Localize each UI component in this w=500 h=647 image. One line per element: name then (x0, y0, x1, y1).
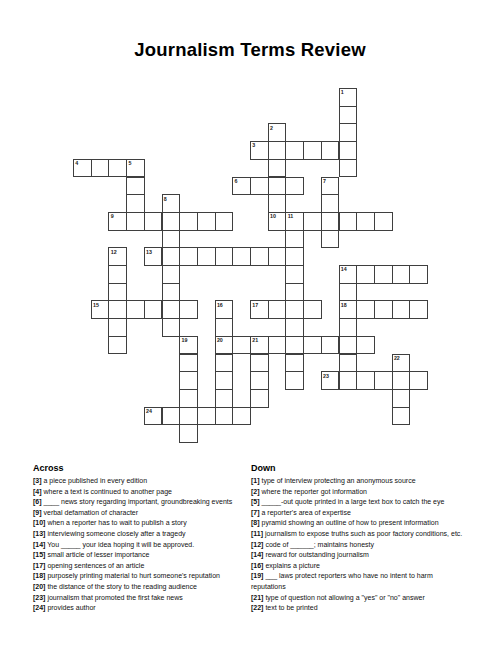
grid-cell[interactable] (285, 336, 304, 355)
grid-cell[interactable]: 22 (392, 354, 411, 373)
grid-cell[interactable]: 9 (108, 212, 127, 231)
grid-cell[interactable] (197, 212, 216, 231)
grid-cell[interactable] (356, 371, 375, 390)
grid-cell[interactable] (197, 247, 216, 266)
clue-num: [20] (33, 583, 45, 590)
clue: [18] purposely printing material to hurt… (33, 571, 248, 582)
clue-number: 19 (181, 337, 187, 343)
clue-number: 16 (217, 302, 223, 308)
grid-cell[interactable]: 3 (250, 141, 269, 160)
grid-cell[interactable] (374, 371, 393, 390)
clue-num: [17] (33, 562, 45, 569)
clue-num: [16] (251, 562, 263, 569)
clue-num: [13] (33, 530, 45, 537)
grid-cell[interactable] (374, 212, 393, 231)
clue-num: [8] (251, 519, 260, 526)
clue-number: 21 (252, 337, 258, 343)
grid-cell[interactable] (215, 318, 234, 337)
clue-number: 5 (128, 160, 131, 166)
grid-cell[interactable] (215, 247, 234, 266)
grid-cell[interactable] (285, 354, 304, 373)
grid-cell[interactable] (215, 212, 234, 231)
clue: [17] opening sentences of an article (33, 561, 248, 572)
grid-cell[interactable]: 24 (144, 407, 163, 426)
grid-cell[interactable] (215, 354, 234, 373)
grid-cell[interactable] (285, 371, 304, 390)
grid-cell[interactable] (144, 300, 163, 319)
clue-num: [3] (33, 477, 42, 484)
clue-number: 11 (288, 213, 294, 219)
grid-cell[interactable] (108, 159, 127, 178)
grid-cell[interactable]: 1 (339, 88, 358, 107)
grid-cell[interactable] (268, 141, 287, 160)
grid-cell[interactable]: 7 (321, 177, 340, 196)
grid-cell[interactable]: 6 (232, 177, 251, 196)
clue-num: [23] (33, 594, 45, 601)
down-clues-section: Down [1] type of interview protecting an… (251, 463, 467, 614)
grid-cell[interactable] (126, 300, 145, 319)
grid-cell[interactable] (268, 159, 287, 178)
grid-cell[interactable] (285, 300, 304, 319)
grid-cell[interactable] (285, 141, 304, 160)
grid-cell[interactable]: 11 (285, 212, 304, 231)
grid-cell[interactable] (356, 300, 375, 319)
clue-num: [7] (251, 509, 260, 516)
grid-cell[interactable] (268, 247, 287, 266)
grid-cell[interactable]: 10 (268, 212, 287, 231)
grid-cell[interactable] (250, 371, 269, 390)
grid-cell[interactable] (179, 407, 198, 426)
grid-cell[interactable] (162, 212, 181, 231)
grid-cell[interactable] (179, 212, 198, 231)
grid-cell[interactable] (162, 283, 181, 302)
grid-cell[interactable] (392, 407, 411, 426)
grid-cell[interactable] (126, 212, 145, 231)
grid-cell[interactable] (162, 247, 181, 266)
grid-cell[interactable]: 14 (339, 265, 358, 284)
grid-cell[interactable] (250, 389, 269, 408)
clue-num: [2] (251, 488, 260, 495)
grid-cell[interactable]: 16 (215, 300, 234, 319)
grid-cell[interactable]: 4 (73, 159, 92, 178)
across-clues-section: Across [3] a piece published in every ed… (33, 463, 248, 614)
grid-cell[interactable] (285, 177, 304, 196)
clue-number: 12 (111, 249, 117, 255)
grid-cell[interactable] (179, 300, 198, 319)
clue-number: 24 (146, 408, 152, 414)
grid-cell[interactable] (250, 354, 269, 373)
clue-num: [22] (251, 604, 263, 611)
across-clue-list: [3] a piece published in every edition[4… (33, 476, 248, 614)
crossword-grid: 123456789101112131415161718192021222324 (73, 88, 429, 444)
grid-cell[interactable] (303, 336, 322, 355)
grid-cell[interactable] (303, 141, 322, 160)
page-title: Journalism Terms Review (0, 39, 500, 61)
grid-cell[interactable] (179, 371, 198, 390)
grid-cell[interactable] (250, 247, 269, 266)
clue-number: 2 (270, 125, 273, 131)
clue: [12] code of ______; maintains honesty (251, 540, 467, 551)
clue: [7] a reporter's area of expertise (251, 508, 467, 519)
grid-cell[interactable] (162, 265, 181, 284)
clue-num: [6] (33, 498, 42, 505)
grid-cell[interactable] (356, 336, 375, 355)
clue: [11] journalism to expose truths such as… (251, 529, 467, 540)
grid-cell[interactable] (303, 212, 322, 231)
clue-number: 22 (394, 355, 400, 361)
grid-cell[interactable] (409, 371, 428, 390)
grid-cell[interactable]: 23 (321, 371, 340, 390)
clue: [23] journalism that promoted the first … (33, 593, 248, 604)
grid-cell[interactable]: 8 (162, 194, 181, 213)
clue-number: 14 (341, 266, 347, 272)
clue-num: [1] (251, 477, 260, 484)
grid-cell[interactable] (215, 389, 234, 408)
grid-cell[interactable]: 18 (339, 300, 358, 319)
clue: [21] type of question not allowing a "ye… (251, 593, 467, 604)
grid-cell[interactable]: 15 (91, 300, 110, 319)
grid-cell[interactable] (108, 336, 127, 355)
clue-number: 20 (217, 337, 223, 343)
grid-cell[interactable] (392, 371, 411, 390)
grid-cell[interactable] (339, 159, 358, 178)
grid-cell[interactable] (268, 300, 287, 319)
grid-cell[interactable] (232, 407, 251, 426)
grid-cell[interactable] (285, 283, 304, 302)
grid-cell[interactable] (303, 300, 322, 319)
grid-cell[interactable]: 19 (179, 336, 198, 355)
clue-num: [21] (251, 594, 263, 601)
grid-cell[interactable] (268, 177, 287, 196)
grid-cell[interactable] (268, 194, 287, 213)
clue: [19] ___ laws protect reporters who have… (251, 571, 467, 592)
clue-num: [11] (251, 530, 263, 537)
grid-cell[interactable] (339, 123, 358, 142)
clue-num: [14] (251, 551, 263, 558)
clue-num: [5] (251, 498, 260, 505)
clue-number: 9 (111, 213, 114, 219)
clue-num: [18] (33, 572, 45, 579)
clue-number: 4 (75, 160, 78, 166)
grid-cell[interactable] (321, 194, 340, 213)
grid-cell[interactable]: 12 (108, 247, 127, 266)
clue: [2] where the reporter got information (251, 487, 467, 498)
grid-cell[interactable] (215, 371, 234, 390)
grid-cell[interactable] (321, 336, 340, 355)
clue-number: 1 (341, 89, 344, 95)
grid-cell[interactable] (321, 230, 340, 249)
clue-num: [19] (251, 572, 263, 579)
clue: [3] a piece published in every edition (33, 476, 248, 487)
grid-cell[interactable] (339, 141, 358, 160)
grid-cell[interactable] (339, 212, 358, 231)
grid-cell[interactable] (339, 106, 358, 125)
down-header: Down (251, 463, 467, 473)
grid-cell[interactable] (285, 265, 304, 284)
clue-num: [10] (33, 519, 45, 526)
clue: [9] verbal defamation of character (33, 508, 248, 519)
grid-cell[interactable] (409, 300, 428, 319)
grid-cell[interactable] (162, 300, 181, 319)
grid-cell[interactable] (179, 354, 198, 373)
grid-cell[interactable]: 2 (268, 123, 287, 142)
grid-cell[interactable] (321, 141, 340, 160)
grid-cell[interactable]: 20 (215, 336, 234, 355)
clue: [16] explains a picture (251, 561, 467, 572)
grid-cell[interactable] (108, 318, 127, 337)
clue-num: [9] (33, 509, 42, 516)
grid-cell[interactable] (409, 265, 428, 284)
grid-cell[interactable] (339, 283, 358, 302)
grid-cell[interactable] (179, 424, 198, 443)
grid-cell[interactable] (162, 230, 181, 249)
grid-cell[interactable] (339, 354, 358, 373)
grid-cell[interactable] (232, 336, 251, 355)
grid-cell[interactable] (285, 230, 304, 249)
grid-cell[interactable] (321, 212, 340, 231)
clue-num: [24] (33, 604, 45, 611)
grid-cell[interactable] (392, 389, 411, 408)
clue: [8] pyramid showing an outline of how to… (251, 518, 467, 529)
grid-cell[interactable] (108, 265, 127, 284)
clue-number: 8 (164, 196, 167, 202)
grid-cell[interactable] (285, 318, 304, 337)
clue-num: [15] (33, 551, 45, 558)
grid-cell[interactable] (197, 407, 216, 426)
clue: [5] _____-out quote printed in a large t… (251, 497, 467, 508)
grid-cell[interactable] (232, 247, 251, 266)
grid-cell[interactable] (285, 247, 304, 266)
grid-cell[interactable] (144, 212, 163, 231)
clue-num: [14] (33, 541, 45, 548)
grid-cell[interactable]: 21 (250, 336, 269, 355)
clue: [13] interviewing someone closely after … (33, 529, 248, 540)
clue: [6] ____ news story regarding important,… (33, 497, 248, 508)
clue-num: [12] (251, 541, 263, 548)
grid-cell[interactable] (339, 336, 358, 355)
clue: [15] small article of lesser importance (33, 550, 248, 561)
grid-cell[interactable] (162, 318, 181, 337)
clue: [14] reward for outstanding journalism (251, 550, 467, 561)
grid-cell[interactable] (356, 212, 375, 231)
grid-cell[interactable] (374, 300, 393, 319)
grid-cell[interactable] (339, 371, 358, 390)
clue: [4] where a text is continued to another… (33, 487, 248, 498)
grid-cell[interactable] (126, 177, 145, 196)
grid-cell[interactable] (392, 300, 411, 319)
grid-cell[interactable] (91, 159, 110, 178)
across-header: Across (33, 463, 248, 473)
grid-cell[interactable] (179, 247, 198, 266)
clue-number: 6 (235, 178, 238, 184)
grid-cell[interactable] (356, 265, 375, 284)
grid-cell[interactable] (108, 300, 127, 319)
down-clue-list: [1] type of interview protecting an anon… (251, 476, 467, 614)
grid-cell[interactable]: 13 (144, 247, 163, 266)
grid-cell[interactable] (268, 336, 287, 355)
clue-num: [4] (33, 488, 42, 495)
grid-cell[interactable] (374, 265, 393, 284)
clue: [10] when a reporter has to wait to publ… (33, 518, 248, 529)
clue-number: 3 (252, 142, 255, 148)
clue: [24] provides author (33, 603, 248, 614)
clue-number: 7 (323, 178, 326, 184)
grid-cell[interactable] (250, 177, 269, 196)
grid-cell[interactable] (179, 389, 198, 408)
clue: [1] type of interview protecting an anon… (251, 476, 467, 487)
grid-cell[interactable] (392, 265, 411, 284)
grid-cell[interactable]: 5 (126, 159, 145, 178)
grid-cell[interactable] (126, 194, 145, 213)
grid-cell[interactable] (339, 318, 358, 337)
clue: [22] text to be printed (251, 603, 467, 614)
clue-number: 13 (146, 249, 152, 255)
clue-number: 18 (341, 302, 347, 308)
grid-cell[interactable] (162, 407, 181, 426)
grid-cell[interactable] (108, 283, 127, 302)
grid-cell[interactable]: 17 (250, 300, 269, 319)
clue: [14] You _____ your idea hoping it will … (33, 540, 248, 551)
clue-number: 15 (93, 302, 99, 308)
grid-cell[interactable] (215, 407, 234, 426)
clue-number: 10 (270, 213, 276, 219)
clue: [20] the distance of the story to the re… (33, 582, 248, 593)
clue-number: 23 (323, 373, 329, 379)
clue-number: 17 (252, 302, 258, 308)
